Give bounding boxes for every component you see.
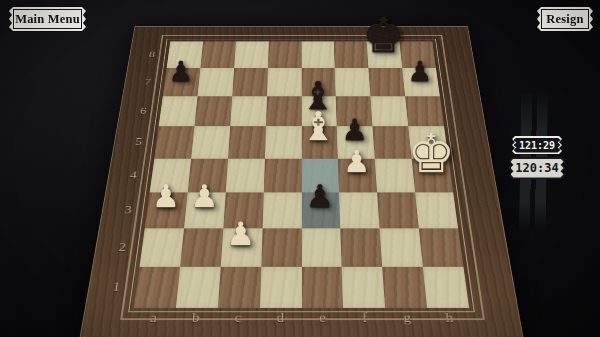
- square-a5[interactable]: [154, 127, 194, 159]
- piece-white-pawn-f4[interactable]: ♟: [343, 148, 370, 178]
- piece-white-pawn-c2[interactable]: ♟: [226, 218, 255, 250]
- square-a1[interactable]: [134, 267, 180, 308]
- rank-label-4: 4: [112, 158, 149, 192]
- square-d7[interactable]: [267, 68, 302, 96]
- rank-label-5: 5: [117, 127, 153, 159]
- square-d5[interactable]: [265, 127, 302, 159]
- square-d6[interactable]: [266, 97, 302, 127]
- piece-black-king-g8[interactable]: ♚: [362, 12, 405, 60]
- square-c1[interactable]: [218, 267, 261, 308]
- square-h3[interactable]: [415, 192, 458, 228]
- square-e2[interactable]: [301, 228, 342, 266]
- square-c4[interactable]: [226, 158, 265, 192]
- rank-label-8: 8: [133, 41, 166, 68]
- square-f2[interactable]: [341, 228, 383, 266]
- black-clock: 121:29: [512, 136, 562, 154]
- square-d2[interactable]: [261, 228, 301, 266]
- piece-black-pawn-f5[interactable]: ♟: [342, 116, 368, 145]
- file-label-c: c: [216, 310, 259, 325]
- file-label-g: g: [385, 310, 429, 325]
- square-e8[interactable]: [301, 41, 335, 68]
- square-c8[interactable]: [234, 41, 269, 68]
- square-g3[interactable]: [377, 192, 419, 228]
- square-d3[interactable]: [262, 192, 301, 228]
- square-b6[interactable]: [194, 97, 232, 127]
- resign-button-label: Resign: [541, 9, 589, 29]
- square-e1[interactable]: [301, 267, 343, 308]
- file-label-d: d: [259, 310, 302, 325]
- square-d4[interactable]: [263, 158, 301, 192]
- square-b1[interactable]: [176, 267, 221, 308]
- file-label-e: e: [302, 310, 345, 325]
- rank-label-1: 1: [92, 267, 134, 308]
- piece-white-pawn-a3[interactable]: ♟: [152, 182, 180, 213]
- black-clock-time: 121:29: [514, 138, 561, 153]
- piece-black-pawn-h7[interactable]: ♟: [408, 57, 433, 85]
- rank-label-3: 3: [105, 192, 144, 228]
- square-b7[interactable]: [197, 68, 234, 96]
- main-menu-button[interactable]: Main Menu: [8, 6, 87, 32]
- square-a6[interactable]: [159, 97, 198, 127]
- main-menu-button-label: Main Menu: [13, 9, 82, 29]
- square-c7[interactable]: [232, 68, 268, 96]
- square-h2[interactable]: [419, 228, 463, 266]
- file-label-f: f: [343, 310, 386, 325]
- rank-label-2: 2: [99, 228, 139, 266]
- square-f3[interactable]: [339, 192, 379, 228]
- square-g2[interactable]: [380, 228, 423, 266]
- piece-white-bishop-e5[interactable]: ♝: [301, 107, 337, 147]
- resign-button[interactable]: Resign: [536, 6, 594, 32]
- square-f7[interactable]: [335, 68, 371, 96]
- white-clock-time: 120:34: [511, 159, 564, 178]
- square-g1[interactable]: [382, 267, 427, 308]
- square-g5[interactable]: [373, 127, 412, 159]
- square-f1[interactable]: [342, 267, 385, 308]
- square-b5[interactable]: [191, 127, 230, 159]
- file-label-h: h: [427, 310, 471, 325]
- piece-black-pawn-a7[interactable]: ♟: [169, 57, 194, 85]
- square-c5[interactable]: [228, 127, 266, 159]
- square-a2[interactable]: [140, 228, 184, 266]
- game-scene: abcdefgh 87654321 ♚♟♟♝♝♟♟♚♟♟♟♟ 121:29 12…: [0, 0, 600, 337]
- white-clock: 120:34: [509, 157, 565, 179]
- piece-black-pawn-e3[interactable]: ♟: [306, 182, 334, 213]
- square-c6[interactable]: [230, 97, 267, 127]
- piece-white-king-h4[interactable]: ♚: [407, 127, 455, 181]
- square-h1[interactable]: [423, 267, 469, 308]
- piece-white-pawn-b3[interactable]: ♟: [190, 182, 218, 213]
- square-b8[interactable]: [200, 41, 235, 68]
- square-b2[interactable]: [180, 228, 223, 266]
- square-g7[interactable]: [369, 68, 406, 96]
- square-d1[interactable]: [260, 267, 302, 308]
- square-d8[interactable]: [268, 41, 302, 68]
- rank-label-7: 7: [128, 68, 162, 96]
- rank-label-6: 6: [123, 97, 158, 127]
- file-labels: abcdefgh: [131, 310, 471, 325]
- file-label-a: a: [131, 310, 175, 325]
- square-g6[interactable]: [371, 97, 409, 127]
- file-label-b: b: [174, 310, 218, 325]
